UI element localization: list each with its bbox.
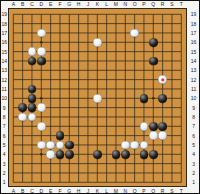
star-point [152, 97, 155, 100]
coord-label-top-F: F [58, 2, 61, 7]
coord-label-left-15: 15 [1, 49, 7, 54]
coord-label-top-N: N [123, 2, 127, 7]
stone-white-K10[interactable] [93, 94, 102, 103]
stone-white-D9[interactable] [37, 103, 46, 112]
stone-black-M4[interactable] [112, 150, 121, 159]
coord-label-right-3: 3 [192, 161, 195, 166]
coord-label-top-D: D [39, 2, 43, 7]
coord-label-left-6: 6 [3, 133, 6, 138]
stone-black-G5[interactable] [65, 141, 74, 150]
coord-label-bottom-C: C [30, 189, 34, 194]
coord-label-left-18: 18 [1, 21, 7, 26]
stone-white-K16[interactable] [93, 38, 102, 47]
coord-label-bottom-G: G [67, 189, 71, 194]
coord-label-bottom-P: P [142, 189, 145, 194]
coord-label-top-C: C [30, 2, 34, 7]
stone-black-K4[interactable] [93, 150, 102, 159]
stone-black-P4[interactable] [140, 150, 149, 159]
coord-label-left-13: 13 [1, 68, 7, 73]
star-point [40, 41, 43, 44]
coord-label-top-B: B [21, 2, 24, 7]
go-board-app: AABBCCDDEEFFGGHHJJKKLLMMNNOOPPQQRRSSTT19… [0, 0, 200, 194]
coord-label-bottom-Q: Q [151, 189, 155, 194]
stone-white-Q6[interactable] [149, 131, 158, 140]
coord-label-bottom-F: F [58, 189, 61, 194]
stone-black-P10[interactable] [140, 94, 149, 103]
star-point [40, 153, 43, 156]
coord-label-right-2: 2 [192, 170, 195, 175]
coord-label-top-A: A [12, 2, 15, 7]
coord-label-top-H: H [77, 2, 81, 7]
stone-black-N4[interactable] [121, 150, 130, 159]
coord-label-right-7: 7 [192, 124, 195, 129]
stone-black-R7[interactable] [158, 122, 167, 131]
coord-label-right-1: 1 [192, 180, 195, 185]
go-board[interactable] [8, 8, 187, 187]
coord-label-bottom-E: E [49, 189, 52, 194]
coord-label-top-G: G [67, 2, 71, 7]
stone-white-R6[interactable] [158, 131, 167, 140]
stone-black-C10[interactable] [28, 94, 37, 103]
coord-label-left-14: 14 [1, 58, 7, 63]
stone-white-D5[interactable] [37, 141, 46, 150]
coord-label-top-J: J [87, 2, 90, 7]
coord-label-right-9: 9 [192, 105, 195, 110]
coord-label-left-11: 11 [2, 86, 7, 91]
coord-label-top-O: O [133, 2, 137, 7]
coord-label-top-Q: Q [151, 2, 155, 7]
coord-label-left-8: 8 [3, 114, 6, 119]
stone-white-P7[interactable] [140, 122, 149, 131]
coord-label-top-M: M [114, 2, 118, 7]
coord-label-right-16: 16 [191, 40, 197, 45]
coord-label-top-R: R [161, 2, 165, 7]
coord-label-left-1: 1 [3, 180, 6, 185]
stone-black-B9[interactable] [18, 103, 27, 112]
coord-label-left-5: 5 [3, 142, 6, 147]
coord-label-bottom-L: L [105, 189, 108, 194]
coord-label-bottom-K: K [96, 189, 99, 194]
coord-label-bottom-R: R [161, 189, 165, 194]
stone-black-Q7[interactable] [149, 122, 158, 131]
coord-label-right-17: 17 [191, 30, 197, 35]
coord-label-bottom-J: J [87, 189, 90, 194]
coord-label-bottom-S: S [170, 189, 173, 194]
coord-label-right-8: 8 [192, 114, 195, 119]
coord-label-bottom-M: M [114, 189, 118, 194]
coord-label-right-12: 12 [191, 77, 197, 82]
coord-label-left-16: 16 [1, 40, 7, 45]
coord-label-right-18: 18 [191, 21, 197, 26]
coord-label-left-17: 17 [1, 30, 7, 35]
coord-label-right-6: 6 [192, 133, 195, 138]
stone-black-Q16[interactable] [149, 38, 158, 47]
coord-label-left-10: 10 [1, 96, 7, 101]
star-point [40, 97, 43, 100]
coord-label-left-19: 19 [1, 12, 7, 17]
coord-label-right-11: 11 [191, 86, 196, 91]
coord-label-left-2: 2 [3, 170, 6, 175]
coord-label-bottom-H: H [77, 189, 81, 194]
coord-label-top-E: E [49, 2, 52, 7]
stone-white-D15[interactable] [37, 47, 46, 56]
coord-label-right-13: 13 [191, 68, 197, 73]
stone-black-R10[interactable] [158, 94, 167, 103]
coord-label-bottom-N: N [123, 189, 127, 194]
stone-white-R12[interactable] [158, 75, 167, 84]
coord-label-bottom-B: B [21, 189, 24, 194]
coord-label-top-L: L [105, 2, 108, 7]
stone-white-N5[interactable] [121, 141, 130, 150]
coord-label-bottom-O: O [133, 189, 137, 194]
coord-label-left-3: 3 [3, 161, 6, 166]
coord-label-right-19: 19 [191, 12, 197, 17]
coord-label-right-5: 5 [192, 142, 195, 147]
stone-black-D14[interactable] [37, 57, 46, 66]
stone-black-F4[interactable] [56, 150, 65, 159]
coord-label-right-10: 10 [191, 96, 197, 101]
coord-label-top-T: T [180, 2, 183, 7]
last-move-marker [161, 78, 164, 81]
coord-label-bottom-T: T [180, 189, 183, 194]
coord-label-left-9: 9 [3, 105, 6, 110]
stone-white-D17[interactable] [37, 29, 46, 38]
coord-label-left-7: 7 [3, 124, 6, 129]
coord-label-right-4: 4 [192, 152, 195, 157]
stone-black-Q14[interactable] [149, 57, 158, 66]
coord-label-right-15: 15 [191, 49, 197, 54]
coord-label-right-14: 14 [191, 58, 197, 63]
stone-white-E4[interactable] [46, 150, 55, 159]
coord-label-left-4: 4 [3, 152, 6, 157]
coord-label-bottom-D: D [39, 189, 43, 194]
coord-label-top-P: P [142, 2, 145, 7]
stone-black-G4[interactable] [65, 150, 74, 159]
coord-label-top-S: S [170, 2, 173, 7]
coord-label-bottom-A: A [12, 189, 15, 194]
stone-black-Q4[interactable] [149, 150, 158, 159]
coord-label-left-12: 12 [1, 77, 7, 82]
stone-white-D7[interactable] [37, 122, 46, 131]
coord-label-top-K: K [96, 2, 99, 7]
